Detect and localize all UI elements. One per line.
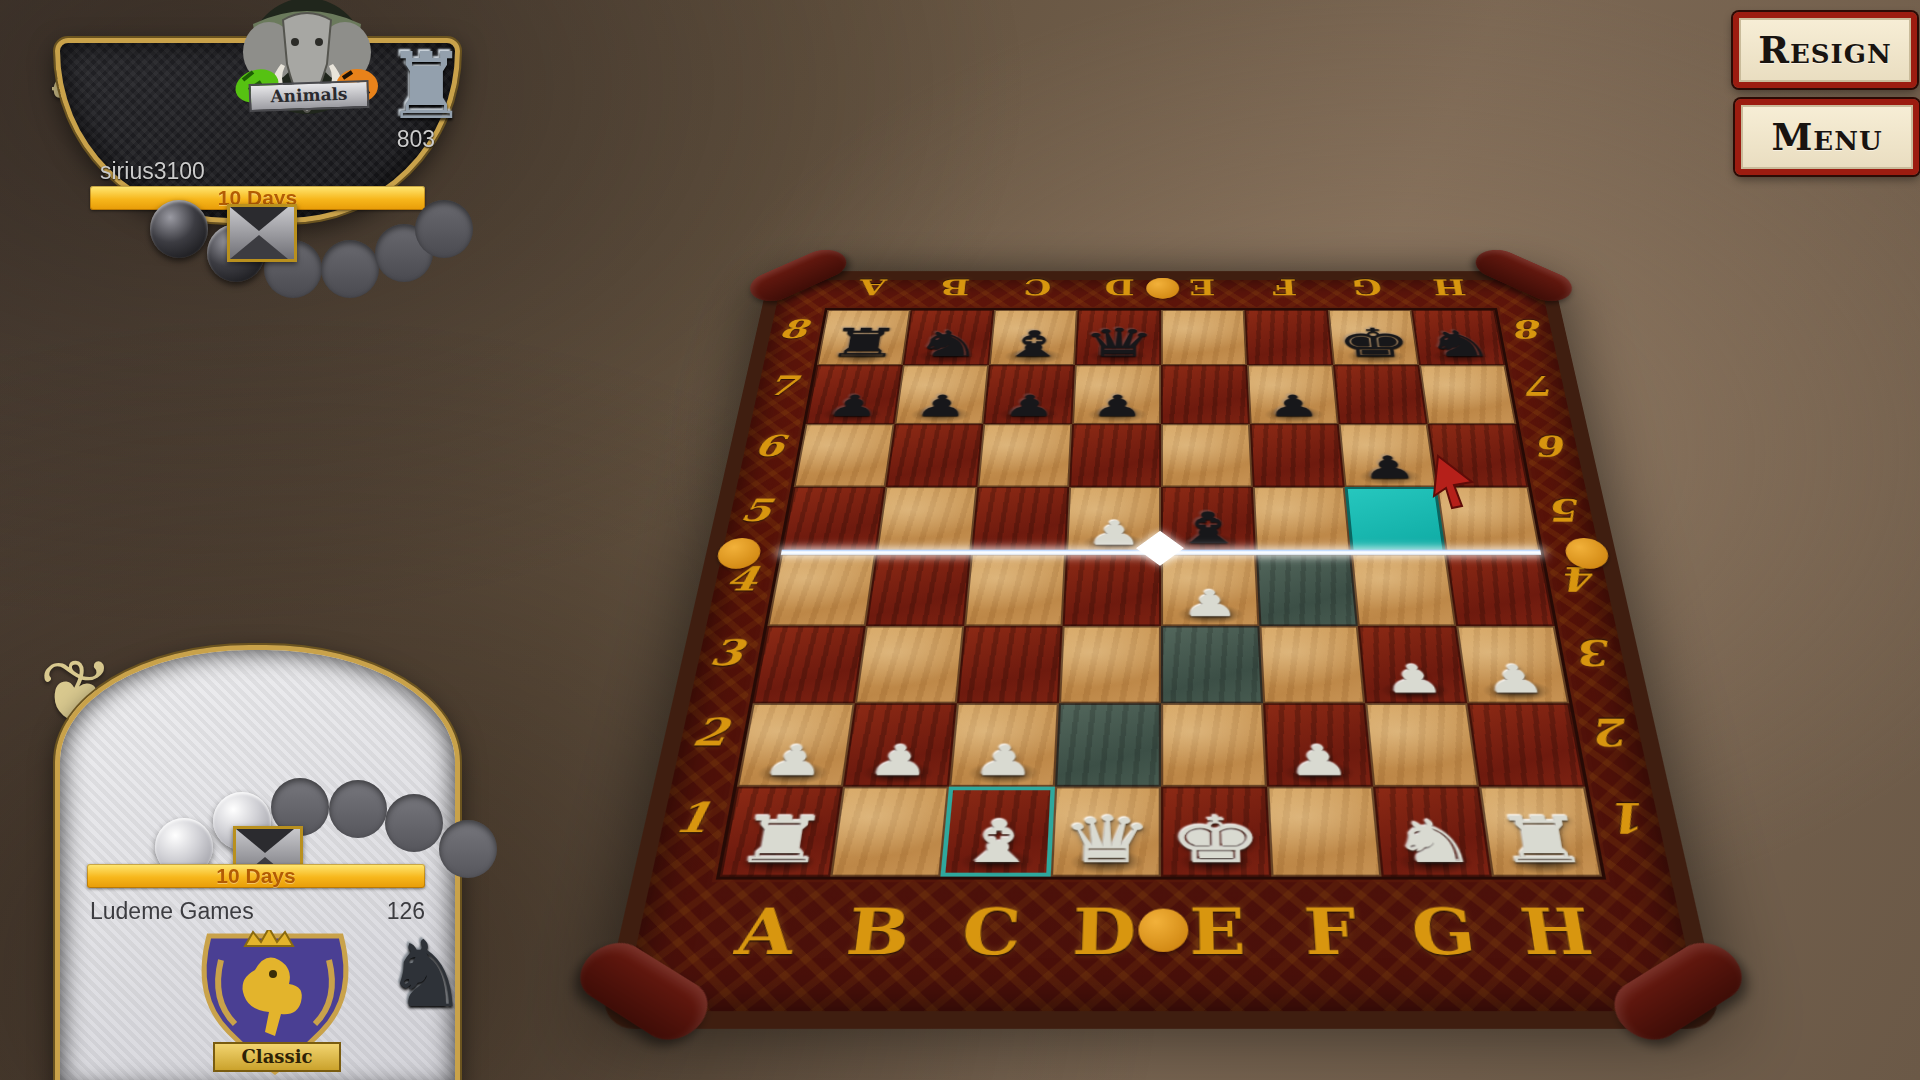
square-b6[interactable] — [886, 424, 984, 487]
square-c6[interactable] — [977, 424, 1072, 487]
rank-label-left-8: 8 — [770, 314, 817, 343]
file-label-far-H: H — [1406, 275, 1493, 301]
rank-label-right-2: 2 — [1582, 710, 1646, 754]
square-h7[interactable] — [1419, 365, 1516, 424]
file-label-near-F: F — [1272, 895, 1390, 970]
square-f5[interactable] — [1253, 487, 1351, 554]
square-b8[interactable]: ♞ — [903, 310, 994, 365]
square-g6[interactable]: ♟ — [1339, 424, 1437, 487]
player-name: Ludeme Games — [90, 898, 254, 925]
center-dot-near — [1138, 909, 1188, 952]
file-label-near-C: C — [932, 895, 1050, 970]
rank-label-right-7: 7 — [1516, 370, 1568, 401]
rank-label-left-7: 7 — [757, 370, 806, 401]
square-d7[interactable]: ♟ — [1072, 365, 1161, 424]
rank-label-left-5: 5 — [730, 492, 782, 528]
cursor-arrow-icon[interactable] — [1432, 452, 1478, 510]
rank-label-left-2: 2 — [680, 710, 739, 754]
square-c8[interactable]: ♝ — [989, 310, 1078, 365]
player-timer-bar: 10 Days — [87, 864, 425, 888]
resign-button[interactable]: Resign — [1733, 12, 1917, 88]
menu-button[interactable]: Menu — [1735, 99, 1919, 175]
square-h8[interactable]: ♞ — [1411, 310, 1505, 365]
piece-shadow — [1431, 349, 1491, 364]
player-rating: 126 — [355, 898, 425, 925]
player-timer-label: 10 Days — [216, 864, 295, 888]
rank-label-right-3: 3 — [1567, 632, 1628, 673]
file-label-far-F: F — [1243, 275, 1327, 301]
square-d5[interactable]: ♟ — [1066, 487, 1161, 554]
piece-shadow — [1263, 406, 1324, 422]
rank-label-right-4: 4 — [1553, 560, 1612, 598]
resign-button-label: Resign — [1758, 28, 1891, 72]
knight-icon: ♞ — [385, 928, 467, 1020]
square-f8[interactable] — [1244, 310, 1333, 365]
duel-stone-empty — [385, 794, 443, 852]
square-d6[interactable] — [1069, 424, 1161, 487]
piece-shadow — [1176, 534, 1240, 553]
rank-label-left-3: 3 — [698, 632, 755, 673]
rank-label-right-6: 6 — [1528, 429, 1582, 462]
square-f6[interactable] — [1250, 424, 1345, 487]
duel-stone-empty — [329, 780, 387, 838]
square-e8[interactable] — [1161, 310, 1247, 365]
piece-shadow — [909, 406, 970, 422]
file-label-near-G: G — [1383, 895, 1505, 970]
file-label-far-G: G — [1325, 275, 1410, 301]
square-a8[interactable]: ♜ — [817, 310, 911, 365]
file-label-far-B: B — [912, 275, 997, 301]
square-g5[interactable] — [1345, 487, 1446, 554]
rank-label-left-6: 6 — [744, 429, 794, 462]
army-name-ribbon: Classic — [213, 1042, 341, 1072]
piece-shadow — [1089, 349, 1147, 364]
square-b7[interactable]: ♟ — [894, 365, 988, 424]
file-label-far-E: E — [1161, 275, 1244, 301]
piece-shadow — [917, 349, 977, 364]
square-a6[interactable] — [794, 424, 895, 487]
file-label-near-B: B — [817, 895, 939, 970]
file-label-near-A: A — [702, 895, 827, 970]
menu-button-label: Menu — [1771, 115, 1882, 159]
square-a7[interactable]: ♟ — [806, 365, 903, 424]
square-a5[interactable] — [781, 487, 886, 554]
file-label-far-D: D — [1078, 275, 1161, 301]
square-e7[interactable] — [1161, 365, 1250, 424]
piece-shadow — [1003, 349, 1062, 364]
player-plaque: ❦ 10 Days Ludeme Games 126 ♞ Classic — [55, 0, 460, 1080]
piece-shadow — [998, 406, 1059, 422]
piece-shadow — [831, 349, 891, 364]
rank-label-left-4: 4 — [714, 560, 768, 598]
rank-label-right-8: 8 — [1505, 314, 1555, 343]
square-f7[interactable]: ♟ — [1247, 365, 1339, 424]
square-b5[interactable] — [876, 487, 977, 554]
chess-board-3d: ♜♞♝♛♚♞♟♟♟♟♟♟♟♝♟♟♟♟♟♟♟♜♝♛♚♞♜ 887766554433… — [598, 271, 1723, 1029]
piece-shadow — [1082, 534, 1146, 553]
piece-shadow — [1345, 349, 1405, 364]
classic-army-crest: Classic — [185, 930, 365, 1080]
square-e5[interactable]: ♝ — [1161, 487, 1256, 554]
duel-stone-empty — [439, 820, 497, 878]
file-label-far-A: A — [829, 275, 916, 301]
piece-shadow — [1087, 406, 1147, 422]
rank-label-right-5: 5 — [1540, 492, 1596, 528]
square-c7[interactable]: ♟ — [983, 365, 1075, 424]
square-g8[interactable]: ♚ — [1328, 310, 1419, 365]
rank-label-left-1: 1 — [661, 794, 723, 842]
file-label-near-H: H — [1494, 895, 1619, 970]
square-g7[interactable] — [1333, 365, 1427, 424]
rank-label-right-1: 1 — [1599, 794, 1665, 842]
file-label-far-C: C — [995, 275, 1079, 301]
square-c5[interactable] — [971, 487, 1069, 554]
piece-shadow — [1358, 468, 1422, 486]
piece-shadow — [820, 406, 882, 422]
square-d8[interactable]: ♛ — [1075, 310, 1161, 365]
square-e6[interactable] — [1161, 424, 1253, 487]
